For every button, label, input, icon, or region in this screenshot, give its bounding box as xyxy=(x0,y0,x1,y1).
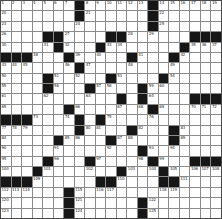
cell-r13c11[interactable] xyxy=(106,126,116,135)
cell-r15c21[interactable] xyxy=(211,146,221,155)
cell-r3c9[interactable] xyxy=(85,22,95,31)
cell-r4c3[interactable] xyxy=(22,32,32,41)
cell-r3c13[interactable] xyxy=(127,22,137,31)
cell-r20c5[interactable] xyxy=(43,198,53,207)
cell-r9c1[interactable]: 55 xyxy=(1,84,11,93)
cell-r17c13[interactable]: 103 xyxy=(127,167,137,176)
cell-r8c13[interactable] xyxy=(127,74,137,83)
cell-r2c13[interactable] xyxy=(127,11,137,20)
cell-r8c15[interactable] xyxy=(148,74,158,83)
cell-r9c7[interactable] xyxy=(64,84,74,93)
cell-r21c5[interactable] xyxy=(43,209,53,218)
cell-r10c16[interactable] xyxy=(159,94,169,103)
cell-r2c9[interactable]: 21 xyxy=(85,11,95,20)
cell-r1c3[interactable]: 3 xyxy=(22,1,32,10)
cell-r2c3[interactable] xyxy=(22,11,32,20)
cell-r21c2[interactable] xyxy=(12,209,22,218)
cell-r9c20[interactable] xyxy=(201,84,211,93)
cell-r13c19[interactable] xyxy=(190,126,200,135)
cell-r11c12[interactable]: 67 xyxy=(117,105,127,114)
cell-r14c15[interactable] xyxy=(148,136,158,145)
cell-r7c3[interactable]: 45 xyxy=(22,63,32,72)
cell-r4c7[interactable]: 27 xyxy=(64,32,74,41)
cell-r12c18[interactable] xyxy=(180,115,190,124)
cell-r3c2[interactable] xyxy=(12,22,22,31)
cell-r11c5[interactable] xyxy=(43,105,53,114)
cell-r18c12[interactable]: 110 xyxy=(117,177,127,186)
cell-r14c5[interactable] xyxy=(43,136,53,145)
cell-r9c11[interactable]: 58 xyxy=(106,84,116,93)
cell-r19c11[interactable]: 117 xyxy=(106,188,116,197)
cell-r15c11[interactable]: 92 xyxy=(106,146,116,155)
cell-r8c14[interactable] xyxy=(138,74,148,83)
cell-r7c19[interactable] xyxy=(190,63,200,72)
cell-r7c20[interactable] xyxy=(201,63,211,72)
cell-r19c15[interactable] xyxy=(148,188,158,197)
cell-r12c17[interactable] xyxy=(169,115,179,124)
cell-r4c10[interactable] xyxy=(96,32,106,41)
cell-r2c18[interactable] xyxy=(180,11,190,20)
cell-r15c20[interactable] xyxy=(201,146,211,155)
cell-r12c19[interactable] xyxy=(190,115,200,124)
cell-r19c19[interactable] xyxy=(190,188,200,197)
cell-r17c1[interactable]: 100 xyxy=(1,167,11,176)
cell-r17c8[interactable] xyxy=(75,167,85,176)
cell-r5c19[interactable]: 35 xyxy=(190,43,200,52)
cell-r4c9[interactable] xyxy=(85,32,95,41)
cell-r21c9[interactable] xyxy=(85,209,95,218)
cell-r5c14[interactable] xyxy=(138,43,148,52)
cell-r17c15[interactable]: 104 xyxy=(148,167,158,176)
cell-r2c21[interactable] xyxy=(211,11,221,20)
cell-r12c21[interactable] xyxy=(211,115,221,124)
cell-r9c16[interactable]: 60 xyxy=(159,84,169,93)
cell-r14c7[interactable]: 85 xyxy=(64,136,74,145)
cell-r11c18[interactable] xyxy=(180,105,190,114)
cell-r3c8[interactable]: 24 xyxy=(75,22,85,31)
cell-r15c7[interactable] xyxy=(64,146,74,155)
cell-r8c6[interactable]: 51 xyxy=(54,74,64,83)
cell-r5c2[interactable] xyxy=(12,43,22,52)
cell-r7c4[interactable] xyxy=(33,63,43,72)
cell-r3c1[interactable]: 23 xyxy=(1,22,11,31)
cell-r15c3[interactable] xyxy=(22,146,32,155)
cell-r18c19[interactable] xyxy=(190,177,200,186)
cell-r16c2[interactable] xyxy=(12,157,22,166)
cell-r1c21[interactable]: 19 xyxy=(211,1,221,10)
cell-r19c1[interactable]: 112 xyxy=(1,188,11,197)
cell-r20c13[interactable] xyxy=(127,198,137,207)
cell-r10c5[interactable]: 62 xyxy=(43,94,53,103)
cell-r15c16[interactable] xyxy=(159,146,169,155)
cell-r20c4[interactable] xyxy=(33,198,43,207)
cell-r20c20[interactable] xyxy=(201,198,211,207)
cell-r9c2[interactable] xyxy=(12,84,22,93)
cell-r18c6[interactable] xyxy=(54,177,64,186)
cell-r21c8[interactable]: 124 xyxy=(75,209,85,218)
cell-r16c4[interactable] xyxy=(33,157,43,166)
cell-r5c11[interactable]: 33 xyxy=(106,43,116,52)
cell-r17c14[interactable] xyxy=(138,167,148,176)
cell-r3c20[interactable] xyxy=(201,22,211,31)
cell-r7c17[interactable]: 49 xyxy=(169,63,179,72)
cell-r11c9[interactable] xyxy=(85,105,95,114)
cell-r13c16[interactable] xyxy=(159,126,169,135)
cell-r13c3[interactable]: 79 xyxy=(22,126,32,135)
cell-r13c4[interactable] xyxy=(33,126,43,135)
cell-r19c14[interactable] xyxy=(138,188,148,197)
cell-r12c6[interactable] xyxy=(54,115,64,124)
cell-r16c11[interactable] xyxy=(106,157,116,166)
cell-r10c8[interactable] xyxy=(75,94,85,103)
cell-r10c17[interactable] xyxy=(169,94,179,103)
cell-r2c6[interactable] xyxy=(54,11,64,20)
cell-r16c6[interactable]: 96 xyxy=(54,157,64,166)
cell-r18c15[interactable] xyxy=(148,177,158,186)
cell-r1c19[interactable]: 17 xyxy=(190,1,200,10)
cell-r19c6[interactable] xyxy=(54,188,64,197)
cell-r20c15[interactable]: 122 xyxy=(148,198,158,207)
cell-r16c7[interactable] xyxy=(64,157,74,166)
cell-r11c16[interactable]: 69 xyxy=(159,105,169,114)
cell-r9c8[interactable] xyxy=(75,84,85,93)
cell-r4c1[interactable]: 26 xyxy=(1,32,11,41)
cell-r5c17[interactable] xyxy=(169,43,179,52)
cell-r15c17[interactable]: 94 xyxy=(169,146,179,155)
cell-r8c2[interactable] xyxy=(12,74,22,83)
cell-r2c10[interactable] xyxy=(96,11,106,20)
cell-r16c3[interactable] xyxy=(22,157,32,166)
cell-r5c13[interactable] xyxy=(127,43,137,52)
cell-r4c15[interactable]: 29 xyxy=(148,32,158,41)
cell-r5c4[interactable] xyxy=(33,43,43,52)
cell-r7c18[interactable] xyxy=(180,63,190,72)
cell-r2c2[interactable] xyxy=(12,11,22,20)
cell-r2c19[interactable] xyxy=(190,11,200,20)
cell-r13c12[interactable] xyxy=(117,126,127,135)
cell-r7c10[interactable] xyxy=(96,63,106,72)
cell-r9c21[interactable] xyxy=(211,84,221,93)
cell-r5c12[interactable]: 34 xyxy=(117,43,127,52)
cell-r8c17[interactable]: 54 xyxy=(169,74,179,83)
cell-r7c13[interactable]: 48 xyxy=(127,63,137,72)
cell-r17c21[interactable]: 108 xyxy=(211,167,221,176)
cell-r19c2[interactable]: 113 xyxy=(12,188,22,197)
cell-r13c10[interactable]: 81 xyxy=(96,126,106,135)
cell-r13c5[interactable] xyxy=(43,126,53,135)
cell-r14c2[interactable] xyxy=(12,136,22,145)
cell-r9c6[interactable]: 56 xyxy=(54,84,64,93)
cell-r7c15[interactable] xyxy=(148,63,158,72)
cell-r16c12[interactable] xyxy=(117,157,127,166)
cell-r9c13[interactable] xyxy=(127,84,137,93)
cell-r19c8[interactable]: 115 xyxy=(75,188,85,197)
cell-r5c20[interactable]: 36 xyxy=(201,43,211,52)
cell-r13c9[interactable]: 80 xyxy=(85,126,95,135)
cell-r5c7[interactable]: 32 xyxy=(64,43,74,52)
cell-r21c17[interactable] xyxy=(169,209,179,218)
cell-r15c2[interactable] xyxy=(12,146,22,155)
cell-r21c3[interactable] xyxy=(22,209,32,218)
cell-r1c6[interactable]: 6 xyxy=(54,1,64,10)
cell-r5c5[interactable]: 31 xyxy=(43,43,53,52)
cell-r17c5[interactable]: 101 xyxy=(43,167,53,176)
cell-r17c18[interactable] xyxy=(180,167,190,176)
cell-r12c12[interactable] xyxy=(117,115,127,124)
cell-r1c2[interactable]: 2 xyxy=(12,1,22,10)
cell-r15c4[interactable] xyxy=(33,146,43,155)
cell-r1c1[interactable]: 1 xyxy=(1,1,11,10)
cell-r6c6[interactable] xyxy=(54,53,64,62)
cell-r16c10[interactable]: 97 xyxy=(96,157,106,166)
cell-r2c5[interactable] xyxy=(43,11,53,20)
cell-r13c15[interactable] xyxy=(148,126,158,135)
cell-r7c9[interactable]: 47 xyxy=(85,63,95,72)
cell-r13c18[interactable]: 83 xyxy=(180,126,190,135)
cell-r8c4[interactable] xyxy=(33,74,43,83)
cell-r12c4[interactable]: 73 xyxy=(33,115,43,124)
cell-r6c16[interactable] xyxy=(159,53,169,62)
cell-r15c8[interactable] xyxy=(75,146,85,155)
cell-r17c10[interactable] xyxy=(96,167,106,176)
cell-r6c12[interactable] xyxy=(117,53,127,62)
cell-r20c2[interactable] xyxy=(12,198,22,207)
cell-r13c20[interactable] xyxy=(201,126,211,135)
cell-r1c5[interactable]: 5 xyxy=(43,1,53,10)
cell-r15c15[interactable]: 93 xyxy=(148,146,158,155)
cell-r21c18[interactable] xyxy=(180,209,190,218)
cell-r18c9[interactable] xyxy=(85,177,95,186)
cell-r13c14[interactable]: 82 xyxy=(138,126,148,135)
cell-r10c11[interactable] xyxy=(106,94,116,103)
cell-r20c17[interactable] xyxy=(169,198,179,207)
cell-r17c7[interactable] xyxy=(64,167,74,176)
cell-r17c9[interactable]: 102 xyxy=(85,167,95,176)
cell-r8c19[interactable] xyxy=(190,74,200,83)
cell-r15c5[interactable] xyxy=(43,146,53,155)
cell-r21c6[interactable] xyxy=(54,209,64,218)
cell-r10c4[interactable] xyxy=(33,94,43,103)
cell-r19c17[interactable]: 119 xyxy=(169,188,179,197)
cell-r11c14[interactable]: 68 xyxy=(138,105,148,114)
cell-r15c19[interactable] xyxy=(190,146,200,155)
cell-r12c16[interactable] xyxy=(159,115,169,124)
cell-r18c18[interactable]: 111 xyxy=(180,177,190,186)
cell-r1c11[interactable]: 10 xyxy=(106,1,116,10)
cell-r3c17[interactable] xyxy=(169,22,179,31)
cell-r7c21[interactable] xyxy=(211,63,221,72)
cell-r1c9[interactable]: 8 xyxy=(85,1,95,10)
cell-r4c2[interactable] xyxy=(12,32,22,41)
cell-r11c13[interactable] xyxy=(127,105,137,114)
cell-r7c2[interactable]: 44 xyxy=(12,63,22,72)
cell-r16c18[interactable] xyxy=(180,157,190,166)
cell-r6c5[interactable] xyxy=(43,53,53,62)
cell-r3c11[interactable] xyxy=(106,22,116,31)
cell-r7c11[interactable] xyxy=(106,63,116,72)
cell-r4c18[interactable] xyxy=(180,32,190,41)
cell-r19c18[interactable] xyxy=(180,188,190,197)
cell-r6c11[interactable] xyxy=(106,53,116,62)
cell-r3c6[interactable] xyxy=(54,22,64,31)
cell-r17c19[interactable]: 106 xyxy=(190,167,200,176)
cell-r1c13[interactable]: 12 xyxy=(127,1,137,10)
cell-r10c18[interactable] xyxy=(180,94,190,103)
cell-r5c21[interactable]: 37 xyxy=(211,43,221,52)
cell-r14c8[interactable]: 86 xyxy=(75,136,85,145)
cell-r18c13[interactable] xyxy=(127,177,137,186)
cell-r15c10[interactable] xyxy=(96,146,106,155)
cell-r7c14[interactable] xyxy=(138,63,148,72)
cell-r9c3[interactable] xyxy=(22,84,32,93)
cell-r2c1[interactable]: 20 xyxy=(1,11,11,20)
cell-r6c15[interactable] xyxy=(148,53,158,62)
cell-r12c20[interactable] xyxy=(201,115,211,124)
cell-r7c16[interactable] xyxy=(159,63,169,72)
cell-r3c19[interactable] xyxy=(190,22,200,31)
cell-r11c10[interactable] xyxy=(96,105,106,114)
cell-r14c16[interactable] xyxy=(159,136,169,145)
cell-r7c5[interactable] xyxy=(43,63,53,72)
cell-r19c3[interactable]: 114 xyxy=(22,188,32,197)
cell-r2c20[interactable] xyxy=(201,11,211,20)
cell-r13c21[interactable] xyxy=(211,126,221,135)
cell-r21c19[interactable] xyxy=(190,209,200,218)
cell-r3c10[interactable] xyxy=(96,22,106,31)
cell-r4c8[interactable] xyxy=(75,32,85,41)
cell-r13c2[interactable]: 78 xyxy=(12,126,22,135)
cell-r11c19[interactable]: 70 xyxy=(190,105,200,114)
cell-r8c18[interactable] xyxy=(180,74,190,83)
cell-r14c3[interactable] xyxy=(22,136,32,145)
cell-r19c12[interactable] xyxy=(117,188,127,197)
cell-r15c1[interactable]: 90 xyxy=(1,146,11,155)
cell-r21c4[interactable] xyxy=(33,209,43,218)
cell-r3c7[interactable] xyxy=(64,22,74,31)
cell-r11c1[interactable]: 65 xyxy=(1,105,11,114)
cell-r10c1[interactable]: 61 xyxy=(1,94,11,103)
cell-r15c9[interactable] xyxy=(85,146,95,155)
cell-r17c20[interactable]: 107 xyxy=(201,167,211,176)
cell-r10c15[interactable]: 64 xyxy=(148,94,158,103)
cell-r20c12[interactable] xyxy=(117,198,127,207)
cell-r14c10[interactable] xyxy=(96,136,106,145)
cell-r14c4[interactable] xyxy=(33,136,43,145)
cell-r21c11[interactable] xyxy=(106,209,116,218)
cell-r14c14[interactable] xyxy=(138,136,148,145)
cell-r3c18[interactable] xyxy=(180,22,190,31)
cell-r12c7[interactable]: 74 xyxy=(64,115,74,124)
cell-r4c4[interactable] xyxy=(33,32,43,41)
cell-r10c13[interactable] xyxy=(127,94,137,103)
cell-r10c2[interactable] xyxy=(12,94,22,103)
cell-r1c4[interactable]: 4 xyxy=(33,1,43,10)
cell-r11c3[interactable] xyxy=(22,105,32,114)
cell-r3c16[interactable]: 25 xyxy=(159,22,169,31)
cell-r2c11[interactable] xyxy=(106,11,116,20)
cell-r12c9[interactable] xyxy=(85,115,95,124)
cell-r2c7[interactable] xyxy=(64,11,74,20)
cell-r11c4[interactable] xyxy=(33,105,43,114)
cell-r2c12[interactable] xyxy=(117,11,127,20)
cell-r14c20[interactable] xyxy=(201,136,211,145)
cell-r1c17[interactable]: 15 xyxy=(169,1,179,10)
cell-r18c21[interactable] xyxy=(211,177,221,186)
cell-r1c16[interactable]: 14 xyxy=(159,1,169,10)
cell-r19c4[interactable] xyxy=(33,188,43,197)
cell-r11c20[interactable]: 71 xyxy=(201,105,211,114)
cell-r19c10[interactable]: 116 xyxy=(96,188,106,197)
cell-r6c18[interactable]: 42 xyxy=(180,53,190,62)
cell-r7c1[interactable]: 43 xyxy=(1,63,11,72)
cell-r1c12[interactable]: 11 xyxy=(117,1,127,10)
cell-r3c3[interactable] xyxy=(22,22,32,31)
cell-r14c12[interactable]: 87 xyxy=(117,136,127,145)
cell-r10c7[interactable] xyxy=(64,94,74,103)
cell-r5c3[interactable] xyxy=(22,43,32,52)
cell-r4c16[interactable] xyxy=(159,32,169,41)
cell-r9c4[interactable] xyxy=(33,84,43,93)
cell-r3c5[interactable] xyxy=(43,22,53,31)
cell-r6c19[interactable] xyxy=(190,53,200,62)
cell-r6c4[interactable]: 38 xyxy=(33,53,43,62)
cell-r15c12[interactable] xyxy=(117,146,127,155)
cell-r20c3[interactable] xyxy=(22,198,32,207)
cell-r20c1[interactable]: 120 xyxy=(1,198,11,207)
cell-r9c18[interactable] xyxy=(180,84,190,93)
cell-r20c8[interactable]: 121 xyxy=(75,198,85,207)
cell-r14c1[interactable]: 84 xyxy=(1,136,11,145)
cell-r15c18[interactable] xyxy=(180,146,190,155)
cell-r19c21[interactable] xyxy=(211,188,221,197)
cell-r6c20[interactable] xyxy=(201,53,211,62)
cell-r5c15[interactable] xyxy=(148,43,158,52)
cell-r9c17[interactable] xyxy=(169,84,179,93)
cell-r20c16[interactable] xyxy=(159,198,169,207)
cell-r5c1[interactable]: 30 xyxy=(1,43,11,52)
cell-r16c8[interactable] xyxy=(75,157,85,166)
cell-r16c13[interactable] xyxy=(127,157,137,166)
cell-r1c18[interactable]: 16 xyxy=(180,1,190,10)
cell-r16c16[interactable]: 99 xyxy=(159,157,169,166)
cell-r14c19[interactable] xyxy=(190,136,200,145)
cell-r6c10[interactable]: 40 xyxy=(96,53,106,62)
cell-r21c12[interactable] xyxy=(117,209,127,218)
cell-r1c7[interactable]: 7 xyxy=(64,1,74,10)
cell-r7c12[interactable] xyxy=(117,63,127,72)
cell-r5c8[interactable] xyxy=(75,43,85,52)
cell-r13c6[interactable] xyxy=(54,126,64,135)
cell-r12c11[interactable]: 75 xyxy=(106,115,116,124)
cell-r21c16[interactable] xyxy=(159,209,169,218)
cell-r6c21[interactable] xyxy=(211,53,221,62)
cell-r15c13[interactable] xyxy=(127,146,137,155)
cell-r21c15[interactable]: 125 xyxy=(148,209,158,218)
cell-r17c2[interactable] xyxy=(12,167,22,176)
cell-r10c9[interactable]: 63 xyxy=(85,94,95,103)
cell-r2c17[interactable] xyxy=(169,11,179,20)
cell-r9c15[interactable]: 59 xyxy=(148,84,158,93)
cell-r12c13[interactable] xyxy=(127,115,137,124)
cell-r16c14[interactable]: 98 xyxy=(138,157,148,166)
cell-r4c13[interactable]: 28 xyxy=(127,32,137,41)
cell-r11c11[interactable] xyxy=(106,105,116,114)
cell-r9c12[interactable] xyxy=(117,84,127,93)
cell-r4c14[interactable] xyxy=(138,32,148,41)
cell-r10c3[interactable] xyxy=(22,94,32,103)
cell-r16c1[interactable]: 95 xyxy=(1,157,11,166)
cell-r8c8[interactable]: 52 xyxy=(75,74,85,83)
